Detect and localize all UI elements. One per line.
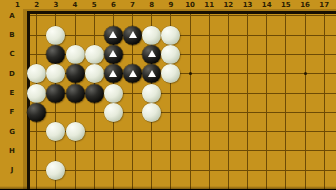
black-stone-D4[interactable]: [66, 64, 85, 83]
grid-hline-B: [30, 35, 336, 36]
row-label-D: D: [5, 69, 19, 79]
white-stone-G3[interactable]: [46, 122, 65, 141]
row-label-F: F: [5, 107, 19, 117]
grid-vline-17: [324, 14, 325, 190]
triangle-mark-D6: [109, 70, 117, 77]
white-stone-F8[interactable]: [142, 103, 161, 122]
triangle-mark-B7: [129, 31, 137, 38]
go-board-screen: 1234567891011121314151617ABCDEFGHJ: [0, 0, 336, 189]
black-stone-C8[interactable]: [142, 45, 161, 64]
white-stone-C9[interactable]: [161, 45, 180, 64]
white-stone-E2[interactable]: [27, 84, 46, 103]
white-stone-D2[interactable]: [27, 64, 46, 83]
white-stone-B9[interactable]: [161, 26, 180, 45]
black-stone-D6[interactable]: [104, 64, 123, 83]
white-stone-C5[interactable]: [85, 45, 104, 64]
row-label-J: J: [5, 165, 19, 175]
grid-vline-16: [305, 14, 306, 190]
row-label-E: E: [5, 88, 19, 98]
white-stone-C4[interactable]: [66, 45, 85, 64]
grid-hline-H: [30, 150, 336, 151]
black-stone-D7[interactable]: [123, 64, 142, 83]
white-stone-J3[interactable]: [46, 161, 65, 180]
grid-vline-11: [209, 14, 210, 190]
row-label-C: C: [5, 49, 19, 59]
white-stone-G4[interactable]: [66, 122, 85, 141]
black-stone-B6[interactable]: [104, 26, 123, 45]
row-label-G: G: [5, 127, 19, 137]
white-stone-D5[interactable]: [85, 64, 104, 83]
white-stone-E6[interactable]: [104, 84, 123, 103]
white-stone-D9[interactable]: [161, 64, 180, 83]
grid-vline-13: [247, 14, 248, 190]
white-stone-B8[interactable]: [142, 26, 161, 45]
triangle-mark-D8: [148, 70, 156, 77]
grid-hline-J: [30, 170, 336, 171]
black-stone-B7[interactable]: [123, 26, 142, 45]
triangle-mark-C6: [109, 50, 117, 57]
black-stone-C6[interactable]: [104, 45, 123, 64]
black-stone-E4[interactable]: [66, 84, 85, 103]
bottom-edge-shadow: [0, 186, 336, 189]
row-label-B: B: [5, 30, 19, 40]
triangle-mark-D7: [129, 70, 137, 77]
grid-hline-A: [30, 15, 336, 16]
black-stone-C3[interactable]: [46, 45, 65, 64]
black-stone-E3[interactable]: [46, 84, 65, 103]
black-stone-E5[interactable]: [85, 84, 104, 103]
white-stone-B3[interactable]: [46, 26, 65, 45]
row-label-A: A: [5, 11, 19, 21]
black-stone-D8[interactable]: [142, 64, 161, 83]
black-stone-F2[interactable]: [27, 103, 46, 122]
row-label-H: H: [5, 146, 19, 156]
grid-hline-F: [30, 112, 336, 113]
white-stone-E8[interactable]: [142, 84, 161, 103]
star-point-D16: [304, 72, 307, 75]
grid-vline-10: [190, 14, 191, 190]
triangle-mark-C8: [148, 50, 156, 57]
grid-vline-12: [228, 14, 229, 190]
white-stone-D3[interactable]: [46, 64, 65, 83]
board-top-edge: [27, 11, 336, 14]
white-stone-F6[interactable]: [104, 103, 123, 122]
star-point-D10: [189, 72, 192, 75]
grid-vline-15: [285, 14, 286, 190]
triangle-mark-B6: [109, 31, 117, 38]
grid-vline-14: [266, 14, 267, 190]
